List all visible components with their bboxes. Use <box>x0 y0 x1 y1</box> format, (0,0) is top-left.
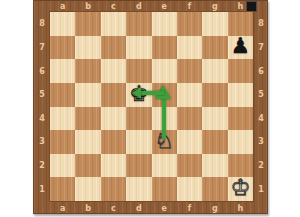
square-d8[interactable] <box>126 12 151 36</box>
square-h2[interactable] <box>228 154 253 178</box>
square-b3[interactable] <box>75 130 100 154</box>
square-h7[interactable]: ♟ <box>228 36 253 60</box>
move-arrow-shaft-vertical <box>162 98 166 139</box>
square-g8[interactable] <box>202 12 227 36</box>
square-d4[interactable] <box>126 107 151 131</box>
square-b8[interactable] <box>75 12 100 36</box>
square-e1[interactable] <box>152 177 177 201</box>
square-d7[interactable] <box>126 36 151 60</box>
rank-label-4: 4 <box>253 107 269 131</box>
file-label-d: d <box>126 201 151 215</box>
square-h6[interactable] <box>228 59 253 83</box>
chess-diagram: abcdefgh 87654321 87654321 abcdefgh ♟♚♘♔ <box>0 0 300 217</box>
square-f7[interactable] <box>177 36 202 60</box>
file-label-a: a <box>50 201 75 215</box>
black-to-move-indicator <box>246 1 257 12</box>
square-d2[interactable] <box>126 154 151 178</box>
square-f8[interactable] <box>177 12 202 36</box>
square-f6[interactable] <box>177 59 202 83</box>
rank-label-4: 4 <box>34 107 50 131</box>
file-label-c: c <box>101 201 126 215</box>
square-e2[interactable] <box>152 154 177 178</box>
square-c6[interactable] <box>101 59 126 83</box>
square-e7[interactable] <box>152 36 177 60</box>
rank-label-7: 7 <box>253 36 269 60</box>
file-label-c: c <box>101 1 126 12</box>
rank-label-6: 6 <box>34 59 50 83</box>
square-a1[interactable] <box>50 177 75 201</box>
square-h3[interactable] <box>228 130 253 154</box>
square-g7[interactable] <box>202 36 227 60</box>
file-label-f: f <box>177 201 202 215</box>
square-h1[interactable]: ♔ <box>228 177 253 201</box>
square-a6[interactable] <box>50 59 75 83</box>
square-f3[interactable] <box>177 130 202 154</box>
square-g2[interactable] <box>202 154 227 178</box>
rank-label-1: 1 <box>253 177 269 201</box>
file-label-b: b <box>75 201 100 215</box>
board-squares: ♟♚♘♔ <box>50 12 253 201</box>
square-h4[interactable] <box>228 107 253 131</box>
file-label-d: d <box>126 1 151 12</box>
rank-label-5: 5 <box>253 83 269 107</box>
rank-label-8: 8 <box>34 12 50 36</box>
square-h5[interactable] <box>228 83 253 107</box>
rank-labels-left: 87654321 <box>34 12 50 201</box>
square-g3[interactable] <box>202 130 227 154</box>
square-f4[interactable] <box>177 107 202 131</box>
square-b1[interactable] <box>75 177 100 201</box>
square-d6[interactable] <box>126 59 151 83</box>
square-c3[interactable] <box>101 130 126 154</box>
square-b5[interactable] <box>75 83 100 107</box>
square-e6[interactable] <box>152 59 177 83</box>
move-arrow-head-left-icon <box>132 87 141 99</box>
rank-label-2: 2 <box>34 154 50 178</box>
square-b2[interactable] <box>75 154 100 178</box>
square-b6[interactable] <box>75 59 100 83</box>
rank-label-3: 3 <box>253 130 269 154</box>
square-h8[interactable] <box>228 12 253 36</box>
white-king[interactable]: ♔ <box>230 177 250 199</box>
chess-board: abcdefgh 87654321 87654321 abcdefgh ♟♚♘♔ <box>33 0 268 214</box>
square-a5[interactable] <box>50 83 75 107</box>
square-g5[interactable] <box>202 83 227 107</box>
rank-label-6: 6 <box>253 59 269 83</box>
square-g1[interactable] <box>202 177 227 201</box>
square-a4[interactable] <box>50 107 75 131</box>
square-d3[interactable] <box>126 130 151 154</box>
file-label-b: b <box>75 1 100 12</box>
file-labels-top: abcdefgh <box>50 1 253 12</box>
file-label-g: g <box>202 1 227 12</box>
square-a2[interactable] <box>50 154 75 178</box>
square-b4[interactable] <box>75 107 100 131</box>
square-a7[interactable] <box>50 36 75 60</box>
rank-label-7: 7 <box>34 36 50 60</box>
file-label-f: f <box>177 1 202 12</box>
square-c1[interactable] <box>101 177 126 201</box>
file-labels-bottom: abcdefgh <box>50 201 253 215</box>
square-c8[interactable] <box>101 12 126 36</box>
file-label-e: e <box>152 1 177 12</box>
file-label-e: e <box>152 201 177 215</box>
square-c5[interactable] <box>101 83 126 107</box>
black-pawn[interactable]: ♟ <box>230 35 250 57</box>
rank-label-2: 2 <box>253 154 269 178</box>
square-c4[interactable] <box>101 107 126 131</box>
square-c7[interactable] <box>101 36 126 60</box>
square-a8[interactable] <box>50 12 75 36</box>
rank-label-1: 1 <box>34 177 50 201</box>
square-g4[interactable] <box>202 107 227 131</box>
square-f2[interactable] <box>177 154 202 178</box>
square-d1[interactable] <box>126 177 151 201</box>
square-f1[interactable] <box>177 177 202 201</box>
rank-label-8: 8 <box>253 12 269 36</box>
square-g6[interactable] <box>202 59 227 83</box>
square-b7[interactable] <box>75 36 100 60</box>
file-label-h: h <box>228 201 253 215</box>
file-label-g: g <box>202 201 227 215</box>
file-label-a: a <box>50 1 75 12</box>
square-f5[interactable] <box>177 83 202 107</box>
square-a3[interactable] <box>50 130 75 154</box>
rank-label-3: 3 <box>34 130 50 154</box>
move-arrow-shaft-horizontal <box>140 91 164 95</box>
square-e8[interactable] <box>152 12 177 36</box>
square-c2[interactable] <box>101 154 126 178</box>
rank-label-5: 5 <box>34 83 50 107</box>
rank-labels-right: 87654321 <box>253 12 269 201</box>
